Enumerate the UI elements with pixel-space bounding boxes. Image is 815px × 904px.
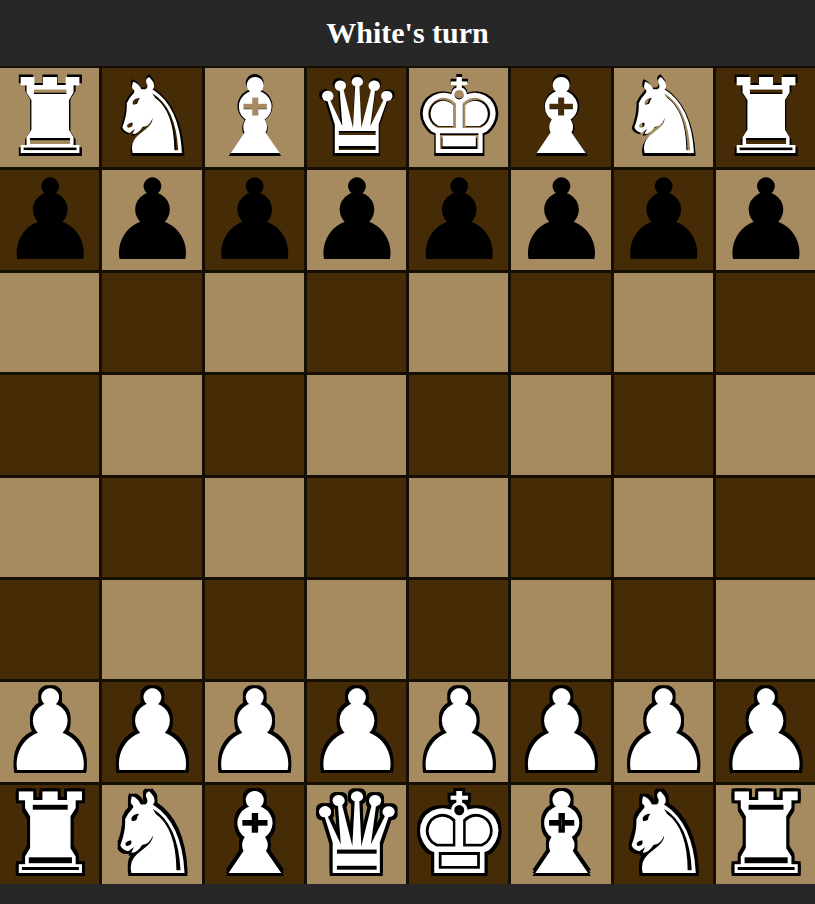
square-e2[interactable]: ♟♟ [409, 682, 508, 781]
piece-black-knight[interactable]: ♞♞ [614, 68, 713, 167]
piece-white-queen[interactable]: ♛♛ [307, 785, 406, 884]
square-e4[interactable] [409, 478, 508, 577]
square-f8[interactable]: ♝♝ [511, 68, 610, 167]
piece-white-knight[interactable]: ♞♞ [614, 785, 713, 884]
square-c6[interactable] [205, 273, 304, 372]
square-f4[interactable] [511, 478, 610, 577]
square-e1[interactable]: ♚♚ [409, 785, 508, 884]
piece-black-rook[interactable]: ♜♜ [0, 68, 99, 167]
square-d3[interactable] [307, 580, 406, 679]
black-rook-icon: ♜ [4, 72, 97, 164]
square-g3[interactable] [614, 580, 713, 679]
square-g4[interactable] [614, 478, 713, 577]
square-a5[interactable] [0, 375, 99, 474]
piece-black-pawn[interactable]: ♟♟ [102, 170, 201, 269]
piece-white-pawn[interactable]: ♟♟ [409, 682, 508, 781]
square-h8[interactable]: ♜♜ [716, 68, 815, 167]
square-b7[interactable]: ♟♟ [102, 170, 201, 269]
chess-board: ♜♜♞♞♝♝♛♛♚♚♝♝♞♞♜♜♟♟♟♟♟♟♟♟♟♟♟♟♟♟♟♟♟♟♟♟♟♟♟♟… [0, 66, 815, 884]
square-d5[interactable] [307, 375, 406, 474]
square-f2[interactable]: ♟♟ [511, 682, 610, 781]
piece-black-bishop[interactable]: ♝♝ [205, 68, 304, 167]
white-pawn-icon: ♟ [205, 682, 304, 781]
square-h7[interactable]: ♟♟ [716, 170, 815, 269]
piece-white-bishop[interactable]: ♝♝ [205, 785, 304, 884]
square-f3[interactable] [511, 580, 610, 679]
square-b8[interactable]: ♞♞ [102, 68, 201, 167]
white-pawn-icon: ♟ [511, 682, 610, 781]
square-c3[interactable] [205, 580, 304, 679]
piece-white-pawn[interactable]: ♟♟ [716, 682, 815, 781]
square-c2[interactable]: ♟♟ [205, 682, 304, 781]
square-h4[interactable] [716, 478, 815, 577]
square-f5[interactable] [511, 375, 610, 474]
white-rook-icon: ♜ [716, 785, 815, 884]
square-h1[interactable]: ♜♜ [716, 785, 815, 884]
piece-white-knight[interactable]: ♞♞ [102, 785, 201, 884]
piece-white-rook[interactable]: ♜♜ [716, 785, 815, 884]
square-a1[interactable]: ♜♜ [0, 785, 99, 884]
square-g2[interactable]: ♟♟ [614, 682, 713, 781]
black-pawn-icon: ♟ [307, 171, 406, 270]
piece-black-pawn[interactable]: ♟♟ [205, 170, 304, 269]
piece-black-pawn[interactable]: ♟♟ [409, 170, 508, 269]
square-a4[interactable] [0, 478, 99, 577]
piece-white-pawn[interactable]: ♟♟ [205, 682, 304, 781]
white-queen-icon: ♛ [307, 785, 406, 884]
piece-black-king[interactable]: ♚♚ [409, 68, 508, 167]
piece-white-pawn[interactable]: ♟♟ [614, 682, 713, 781]
white-bishop-icon: ♝ [205, 785, 304, 884]
piece-black-pawn[interactable]: ♟♟ [716, 170, 815, 269]
piece-black-knight[interactable]: ♞♞ [102, 68, 201, 167]
piece-white-pawn[interactable]: ♟♟ [511, 682, 610, 781]
black-pawn-icon: ♟ [102, 171, 201, 270]
square-f1[interactable]: ♝♝ [511, 785, 610, 884]
footer-bar [0, 884, 815, 904]
square-d1[interactable]: ♛♛ [307, 785, 406, 884]
square-a8[interactable]: ♜♜ [0, 68, 99, 167]
square-g5[interactable] [614, 375, 713, 474]
piece-white-pawn[interactable]: ♟♟ [307, 682, 406, 781]
status-bar: White's turn [0, 0, 815, 66]
turn-status-text: White's turn [326, 16, 489, 50]
square-e7[interactable]: ♟♟ [409, 170, 508, 269]
square-e6[interactable] [409, 273, 508, 372]
square-e5[interactable] [409, 375, 508, 474]
white-knight-icon: ♞ [102, 785, 201, 884]
black-pawn-icon: ♟ [409, 171, 508, 270]
square-c4[interactable] [205, 478, 304, 577]
piece-black-pawn[interactable]: ♟♟ [511, 170, 610, 269]
square-g8[interactable]: ♞♞ [614, 68, 713, 167]
square-d7[interactable]: ♟♟ [307, 170, 406, 269]
square-e8[interactable]: ♚♚ [409, 68, 508, 167]
piece-black-pawn[interactable]: ♟♟ [0, 170, 99, 269]
square-a6[interactable] [0, 273, 99, 372]
black-pawn-icon: ♟ [511, 171, 610, 270]
piece-white-bishop[interactable]: ♝♝ [511, 785, 610, 884]
square-c7[interactable]: ♟♟ [205, 170, 304, 269]
black-bishop-icon: ♝ [208, 72, 301, 164]
square-e3[interactable] [409, 580, 508, 679]
piece-black-rook[interactable]: ♜♜ [716, 68, 815, 167]
square-h6[interactable] [716, 273, 815, 372]
piece-black-pawn[interactable]: ♟♟ [614, 170, 713, 269]
black-pawn-icon: ♟ [716, 171, 815, 270]
black-pawn-icon: ♟ [614, 171, 713, 270]
square-c1[interactable]: ♝♝ [205, 785, 304, 884]
square-b4[interactable] [102, 478, 201, 577]
white-knight-icon: ♞ [614, 785, 713, 884]
piece-black-bishop[interactable]: ♝♝ [511, 68, 610, 167]
white-bishop-icon: ♝ [511, 785, 610, 884]
white-king-icon: ♚ [409, 785, 508, 884]
square-d2[interactable]: ♟♟ [307, 682, 406, 781]
piece-white-rook[interactable]: ♜♜ [0, 785, 99, 884]
square-c8[interactable]: ♝♝ [205, 68, 304, 167]
black-king-icon: ♚ [413, 72, 506, 164]
white-pawn-icon: ♟ [614, 682, 713, 781]
piece-black-queen[interactable]: ♛♛ [307, 68, 406, 167]
square-a2[interactable]: ♟♟ [0, 682, 99, 781]
black-pawn-icon: ♟ [205, 171, 304, 270]
black-rook-icon: ♜ [719, 72, 812, 164]
square-h2[interactable]: ♟♟ [716, 682, 815, 781]
black-knight-icon: ♞ [617, 72, 710, 164]
white-pawn-icon: ♟ [0, 682, 99, 781]
square-f7[interactable]: ♟♟ [511, 170, 610, 269]
square-h3[interactable] [716, 580, 815, 679]
piece-white-pawn[interactable]: ♟♟ [102, 682, 201, 781]
white-pawn-icon: ♟ [307, 682, 406, 781]
square-d6[interactable] [307, 273, 406, 372]
white-rook-icon: ♜ [0, 785, 99, 884]
square-b6[interactable] [102, 273, 201, 372]
square-b5[interactable] [102, 375, 201, 474]
square-b2[interactable]: ♟♟ [102, 682, 201, 781]
black-knight-icon: ♞ [106, 72, 199, 164]
square-c5[interactable] [205, 375, 304, 474]
black-bishop-icon: ♝ [515, 72, 608, 164]
piece-white-pawn[interactable]: ♟♟ [0, 682, 99, 781]
square-g7[interactable]: ♟♟ [614, 170, 713, 269]
white-pawn-icon: ♟ [102, 682, 201, 781]
square-f6[interactable] [511, 273, 610, 372]
square-h5[interactable] [716, 375, 815, 474]
square-a3[interactable] [0, 580, 99, 679]
black-pawn-icon: ♟ [0, 171, 99, 270]
square-g6[interactable] [614, 273, 713, 372]
square-b3[interactable] [102, 580, 201, 679]
square-g1[interactable]: ♞♞ [614, 785, 713, 884]
black-queen-icon: ♛ [310, 72, 403, 164]
piece-black-pawn[interactable]: ♟♟ [307, 170, 406, 269]
piece-white-king[interactable]: ♚♚ [409, 785, 508, 884]
white-pawn-icon: ♟ [716, 682, 815, 781]
square-d8[interactable]: ♛♛ [307, 68, 406, 167]
square-d4[interactable] [307, 478, 406, 577]
square-a7[interactable]: ♟♟ [0, 170, 99, 269]
white-pawn-icon: ♟ [409, 682, 508, 781]
square-b1[interactable]: ♞♞ [102, 785, 201, 884]
